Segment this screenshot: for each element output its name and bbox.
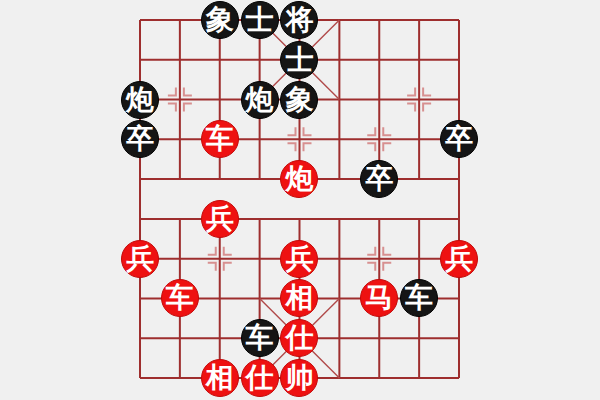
piece-black-advisor[interactable]: 士 <box>280 41 318 79</box>
piece-red-chariot[interactable]: 车 <box>161 279 199 317</box>
piece-black-advisor[interactable]: 士 <box>241 1 279 39</box>
piece-black-cannon[interactable]: 炮 <box>241 81 279 119</box>
piece-black-elephant[interactable]: 象 <box>201 1 239 39</box>
xiangqi-screen: 象士将士炮炮象卒车卒炮卒兵兵兵兵车相马车车仕相仕帅 <box>0 0 600 400</box>
piece-red-advisor[interactable]: 仕 <box>241 359 279 397</box>
piece-red-elephant[interactable]: 相 <box>280 279 318 317</box>
piece-black-chariot[interactable]: 车 <box>241 319 279 357</box>
piece-red-soldier[interactable]: 兵 <box>440 240 478 278</box>
piece-black-soldier[interactable]: 卒 <box>360 160 398 198</box>
piece-black-chariot[interactable]: 车 <box>400 279 438 317</box>
piece-black-general[interactable]: 将 <box>280 1 318 39</box>
xiangqi-board[interactable]: 象士将士炮炮象卒车卒炮卒兵兵兵兵车相马车车仕相仕帅 <box>120 0 479 398</box>
piece-black-cannon[interactable]: 炮 <box>121 81 159 119</box>
piece-red-advisor[interactable]: 仕 <box>280 319 318 357</box>
piece-red-cannon[interactable]: 炮 <box>280 160 318 198</box>
piece-red-soldier[interactable]: 兵 <box>121 240 159 278</box>
piece-red-horse[interactable]: 马 <box>360 279 398 317</box>
piece-black-soldier[interactable]: 卒 <box>440 120 478 158</box>
piece-black-elephant[interactable]: 象 <box>280 81 318 119</box>
piece-red-chariot[interactable]: 车 <box>201 120 239 158</box>
piece-red-elephant[interactable]: 相 <box>201 359 239 397</box>
piece-red-soldier[interactable]: 兵 <box>201 200 239 238</box>
piece-red-soldier[interactable]: 兵 <box>280 240 318 278</box>
piece-red-general[interactable]: 帅 <box>280 359 318 397</box>
piece-black-soldier[interactable]: 卒 <box>121 120 159 158</box>
